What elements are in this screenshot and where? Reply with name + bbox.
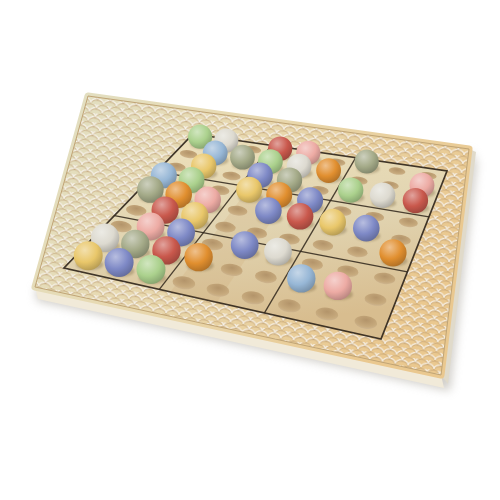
ball-orange-r6c9[interactable] bbox=[379, 239, 406, 266]
ball-yellow-r4c4[interactable] bbox=[236, 177, 262, 203]
ball-mint-r9c3[interactable] bbox=[137, 255, 166, 284]
ball-red-r3c9[interactable] bbox=[403, 188, 428, 213]
ball-blue-r5c8[interactable] bbox=[353, 215, 380, 242]
ball-white-r3c8[interactable] bbox=[370, 183, 395, 208]
ball-sky-r8c7[interactable] bbox=[287, 264, 315, 292]
ball-orange-r2c6[interactable] bbox=[316, 158, 341, 183]
ball-white-r7c6[interactable] bbox=[264, 238, 292, 266]
ball-mint-r3c7[interactable] bbox=[338, 177, 363, 202]
ball-blue-r7c5[interactable] bbox=[231, 231, 259, 259]
sudoku-board bbox=[0, 0, 500, 500]
product-photo bbox=[0, 0, 500, 500]
ball-yellow-r5c7[interactable] bbox=[319, 209, 346, 236]
ball-pink-r8c8[interactable] bbox=[324, 272, 352, 300]
ball-sage-r1c7[interactable] bbox=[355, 149, 379, 173]
ball-sage-r2c3[interactable] bbox=[230, 145, 255, 170]
ball-blue-r9c2[interactable] bbox=[105, 248, 134, 277]
ball-red-r5c6[interactable] bbox=[287, 203, 314, 230]
ball-yellow-r9c1[interactable] bbox=[74, 241, 103, 270]
ball-blue-r5c5[interactable] bbox=[255, 197, 282, 224]
ball-orange-r8c4[interactable] bbox=[184, 243, 212, 271]
